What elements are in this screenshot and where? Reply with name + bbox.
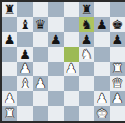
piece-black-rook[interactable]: ♜ [4,2,16,15]
piece-black-rook[interactable]: ♜ [81,2,93,15]
piece-black-pawn[interactable]: ♟ [111,32,123,45]
square-a3[interactable] [2,76,17,91]
square-f5[interactable]: ♞ [79,47,94,62]
square-h1[interactable] [110,106,125,121]
piece-black-bishop[interactable]: ♝ [19,17,31,30]
piece-white-pawn[interactable]: ♟ [111,92,123,105]
square-b5[interactable]: ♟ [17,47,32,62]
square-h7[interactable]: ♚ [110,17,125,32]
square-g8[interactable] [94,2,109,17]
square-g2[interactable]: ♟ [94,91,109,106]
piece-black-king[interactable]: ♚ [111,17,123,30]
square-d1[interactable] [48,106,63,121]
square-b2[interactable] [17,91,32,106]
square-a1[interactable]: ♜ [2,106,17,121]
square-e6[interactable] [64,32,79,47]
piece-white-pawn[interactable]: ♟ [35,77,47,90]
square-g7[interactable]: ♟ [94,17,109,32]
piece-white-pawn[interactable]: ♟ [19,62,31,75]
square-a2[interactable]: ♟ [2,91,17,106]
chess-board-frame: ♜♜♝♛♞♟♚♟♟♟♟♟♞♟♟♜♝♟♛♟♟♟♜♚ [0,0,125,123]
square-c6[interactable] [33,32,48,47]
square-f1[interactable] [79,106,94,121]
square-d6[interactable]: ♟ [48,32,63,47]
square-c1[interactable] [33,106,48,121]
square-f4[interactable] [79,62,94,77]
square-c2[interactable] [33,91,48,106]
piece-white-pawn[interactable]: ♟ [65,62,77,75]
square-b7[interactable]: ♝ [17,17,32,32]
square-f3[interactable] [79,76,94,91]
square-e4[interactable]: ♟ [64,62,79,77]
square-a4[interactable] [2,62,17,77]
square-b1[interactable] [17,106,32,121]
piece-black-pawn[interactable]: ♟ [19,47,31,60]
piece-white-pawn[interactable]: ♟ [96,92,108,105]
square-f2[interactable] [79,91,94,106]
square-b3[interactable]: ♝ [17,76,32,91]
square-f6[interactable]: ♟ [79,32,94,47]
piece-white-queen[interactable]: ♛ [111,77,123,90]
square-d3[interactable] [48,76,63,91]
piece-white-rook[interactable]: ♜ [111,62,123,75]
piece-white-rook[interactable]: ♜ [4,107,16,120]
square-c3[interactable]: ♟ [33,76,48,91]
square-d8[interactable] [48,2,63,17]
square-e8[interactable] [64,2,79,17]
square-b4[interactable]: ♟ [17,62,32,77]
square-d7[interactable] [48,17,63,32]
piece-black-pawn[interactable]: ♟ [50,32,62,45]
square-b8[interactable] [17,2,32,17]
square-c4[interactable] [33,62,48,77]
square-a5[interactable] [2,47,17,62]
piece-black-queen[interactable]: ♛ [35,17,47,30]
piece-white-bishop[interactable]: ♝ [19,77,31,90]
square-h6[interactable]: ♟ [110,32,125,47]
square-c8[interactable] [33,2,48,17]
piece-black-pawn[interactable]: ♟ [96,17,108,30]
square-g4[interactable] [94,62,109,77]
square-g5[interactable] [94,47,109,62]
square-h3[interactable]: ♛ [110,76,125,91]
piece-black-pawn[interactable]: ♟ [81,32,93,45]
square-h4[interactable]: ♜ [110,62,125,77]
square-c5[interactable] [33,47,48,62]
square-e2[interactable] [64,91,79,106]
square-h2[interactable]: ♟ [110,91,125,106]
square-f8[interactable]: ♜ [79,2,94,17]
square-f7[interactable]: ♞ [79,17,94,32]
square-b6[interactable] [17,32,32,47]
piece-white-pawn[interactable]: ♟ [4,92,16,105]
piece-black-knight[interactable]: ♞ [81,17,93,30]
square-a8[interactable]: ♜ [2,2,17,17]
square-e7[interactable] [64,17,79,32]
square-e5[interactable] [64,47,79,62]
piece-white-king[interactable]: ♚ [96,107,108,120]
square-e1[interactable] [64,106,79,121]
square-a6[interactable]: ♟ [2,32,17,47]
square-e3[interactable] [64,76,79,91]
square-d4[interactable] [48,62,63,77]
square-d5[interactable] [48,47,63,62]
square-d2[interactable] [48,91,63,106]
chess-board: ♜♜♝♛♞♟♚♟♟♟♟♟♞♟♟♜♝♟♛♟♟♟♜♚ [2,2,125,121]
square-g1[interactable]: ♚ [94,106,109,121]
square-h8[interactable] [110,2,125,17]
square-g6[interactable] [94,32,109,47]
piece-white-knight[interactable]: ♞ [81,47,93,60]
square-c7[interactable]: ♛ [33,17,48,32]
square-a7[interactable] [2,17,17,32]
square-g3[interactable] [94,76,109,91]
piece-black-pawn[interactable]: ♟ [4,32,16,45]
square-h5[interactable] [110,47,125,62]
